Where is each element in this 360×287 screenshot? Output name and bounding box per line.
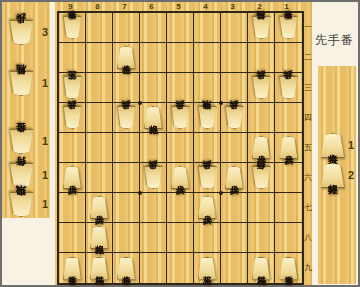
board-frame: 香車桂馬香車金将王将歩兵歩兵歩兵歩兵銀将歩兵飛車歩兵歩兵歩兵歩兵歩兵歩兵歩兵歩兵…	[57, 11, 304, 285]
sente-lance[interactable]: 香車	[279, 257, 298, 280]
koma-face	[9, 71, 34, 96]
square-2-2[interactable]	[248, 43, 275, 73]
square-5-3[interactable]	[167, 73, 194, 103]
hand-count: 1	[42, 198, 48, 210]
hand-count: 1	[42, 169, 48, 181]
square-7-6[interactable]	[113, 163, 140, 193]
square-8-4[interactable]	[86, 103, 113, 133]
square-5-1[interactable]	[167, 13, 194, 43]
koma-face	[252, 257, 271, 280]
sente-gold[interactable]: 金将	[320, 133, 345, 158]
file-label: 2	[246, 2, 273, 11]
koma-face	[171, 106, 190, 129]
koma-face	[252, 76, 271, 99]
hand-piece-gote-gold[interactable]: 金将1	[9, 129, 53, 154]
square-8-5[interactable]	[86, 133, 113, 163]
koma-face	[144, 106, 163, 129]
koma-face	[320, 163, 345, 188]
gote-hand-panel: 歩兵3桂馬1金将1角行1飛車1	[2, 2, 50, 218]
shogi-board: 987654321 香車桂馬香車金将王将歩兵歩兵歩兵歩兵銀将歩兵飛車歩兵歩兵歩兵…	[55, 2, 312, 285]
square-6-5[interactable]	[140, 133, 167, 163]
square-5-4[interactable]: 歩兵	[167, 103, 194, 133]
rank-label: 三	[304, 73, 312, 103]
rank-label: 四	[304, 103, 312, 133]
koma-face	[225, 166, 244, 189]
square-6-1[interactable]	[140, 13, 167, 43]
sente-silver[interactable]: 銀将	[144, 106, 163, 129]
koma-face	[117, 46, 136, 69]
square-1-5[interactable]: 歩兵	[275, 133, 302, 163]
gote-rook[interactable]: 飛車	[198, 106, 217, 129]
square-2-3[interactable]: 歩兵	[248, 73, 275, 103]
rank-label: 九	[304, 253, 312, 283]
square-6-8[interactable]	[140, 223, 167, 253]
koma-face	[63, 106, 82, 129]
gote-pawn[interactable]: 歩兵	[63, 106, 82, 129]
hand-count: 3	[42, 26, 48, 38]
file-label: 3	[219, 2, 246, 11]
square-9-9[interactable]: 香車	[59, 253, 86, 283]
square-1-3[interactable]: 歩兵	[275, 73, 302, 103]
hand-piece-gote-rook[interactable]: 飛車1	[9, 192, 53, 217]
koma-face	[279, 76, 298, 99]
hand-count: 2	[348, 169, 354, 181]
koma-face	[90, 226, 109, 249]
square-8-3[interactable]	[86, 73, 113, 103]
file-label: 7	[111, 2, 138, 11]
koma-face	[198, 166, 217, 189]
square-5-7[interactable]	[167, 193, 194, 223]
koma-face	[279, 136, 298, 159]
star-point	[138, 191, 142, 195]
rank-labels: 一二三四五六七八九	[304, 13, 312, 283]
square-8-8[interactable]: 銀将	[86, 223, 113, 253]
sente-pawn[interactable]: 歩兵	[63, 166, 82, 189]
square-2-5[interactable]: 歩兵	[248, 133, 275, 163]
square-8-9[interactable]: 桂馬	[86, 253, 113, 283]
square-7-3[interactable]	[113, 73, 140, 103]
square-1-6[interactable]	[275, 163, 302, 193]
koma-face	[63, 257, 82, 280]
square-9-1[interactable]: 香車	[59, 13, 86, 43]
square-3-4[interactable]: 歩兵	[221, 103, 248, 133]
koma-face	[63, 166, 82, 189]
square-2-8[interactable]	[248, 223, 275, 253]
square-7-1[interactable]	[113, 13, 140, 43]
square-3-1[interactable]	[221, 13, 248, 43]
square-8-7[interactable]: 歩兵	[86, 193, 113, 223]
koma-face	[90, 257, 109, 280]
square-8-6[interactable]	[86, 163, 113, 193]
file-label: 5	[165, 2, 192, 11]
gote-king[interactable]: 王将	[63, 76, 82, 99]
square-5-6[interactable]: 歩兵	[167, 163, 194, 193]
square-2-7[interactable]	[248, 193, 275, 223]
koma-face	[252, 166, 271, 189]
rank-label: 七	[304, 193, 312, 223]
square-5-5[interactable]	[167, 133, 194, 163]
koma-face	[117, 106, 136, 129]
hand-piece-sente-gold[interactable]: 金将1	[320, 133, 360, 158]
turn-indicator: 先手番	[315, 32, 354, 49]
file-label: 1	[273, 2, 300, 11]
koma-face	[9, 192, 34, 217]
square-4-1[interactable]	[194, 13, 221, 43]
file-labels: 987654321	[57, 2, 300, 11]
square-1-1[interactable]: 香車	[275, 13, 302, 43]
rank-label: 一	[304, 13, 312, 43]
sente-pawn[interactable]: 歩兵	[225, 166, 244, 189]
square-9-6[interactable]: 歩兵	[59, 163, 86, 193]
koma-face	[225, 106, 244, 129]
square-6-7[interactable]	[140, 193, 167, 223]
square-3-5[interactable]	[221, 133, 248, 163]
gote-knight[interactable]: 桂馬	[252, 16, 271, 39]
sente-pawn[interactable]: 歩兵	[171, 166, 190, 189]
gote-pawn[interactable]: 歩兵	[144, 166, 163, 189]
gote-bishop[interactable]: 角行	[252, 166, 271, 189]
square-4-3[interactable]	[194, 73, 221, 103]
hand-piece-gote-knight[interactable]: 桂馬1	[9, 71, 53, 96]
koma-face	[90, 196, 109, 219]
koma-face	[279, 16, 298, 39]
gote-pawn[interactable]: 歩兵	[117, 106, 136, 129]
square-1-9[interactable]: 香車	[275, 253, 302, 283]
square-6-4[interactable]: 銀将	[140, 103, 167, 133]
koma-face	[252, 136, 271, 159]
sente-pawn[interactable]: 歩兵	[90, 196, 109, 219]
hand-piece-sente-silver[interactable]: 銀将2	[320, 163, 360, 188]
square-1-2[interactable]	[275, 43, 302, 73]
hand-piece-gote-bishop[interactable]: 角行1	[9, 163, 53, 188]
koma-face	[198, 257, 217, 280]
rank-label: 五	[304, 133, 312, 163]
sente-knight[interactable]: 桂馬	[90, 257, 109, 280]
square-9-4[interactable]: 歩兵	[59, 103, 86, 133]
square-7-7[interactable]	[113, 193, 140, 223]
sente-silver[interactable]: 銀将	[90, 226, 109, 249]
sente-pawn[interactable]: 歩兵	[198, 196, 217, 219]
gote-bishop[interactable]: 角行	[9, 163, 34, 188]
square-8-1[interactable]	[86, 13, 113, 43]
rank-label: 六	[304, 163, 312, 193]
koma-face	[320, 133, 345, 158]
gote-pawn[interactable]: 歩兵	[9, 20, 34, 45]
square-4-5[interactable]	[194, 133, 221, 163]
rank-label: 二	[304, 43, 312, 73]
hand-piece-gote-pawn[interactable]: 歩兵3	[9, 20, 53, 45]
square-7-5[interactable]	[113, 133, 140, 163]
square-9-7[interactable]	[59, 193, 86, 223]
koma-face	[198, 106, 217, 129]
square-7-9[interactable]: 金将	[113, 253, 140, 283]
square-3-2[interactable]	[221, 43, 248, 73]
square-4-8[interactable]	[194, 223, 221, 253]
gote-gold[interactable]: 金将	[9, 129, 34, 154]
sente-king[interactable]: 玉将	[198, 257, 217, 280]
sente-pawn[interactable]: 歩兵	[279, 136, 298, 159]
koma-face	[63, 16, 82, 39]
board-grid: 香車桂馬香車金将王将歩兵歩兵歩兵歩兵銀将歩兵飛車歩兵歩兵歩兵歩兵歩兵歩兵歩兵歩兵…	[59, 13, 302, 283]
gote-pawn[interactable]: 歩兵	[171, 106, 190, 129]
sente-pawn[interactable]: 歩兵	[252, 136, 271, 159]
koma-face	[144, 166, 163, 189]
square-6-2[interactable]	[140, 43, 167, 73]
sente-hand-panel: 金将1銀将2	[318, 66, 356, 284]
koma-face	[9, 163, 34, 188]
file-label: 6	[138, 2, 165, 11]
koma-face	[171, 166, 190, 189]
gote-knight[interactable]: 桂馬	[9, 71, 34, 96]
koma-face	[117, 257, 136, 280]
rank-label: 八	[304, 223, 312, 253]
square-4-2[interactable]	[194, 43, 221, 73]
gote-pawn[interactable]: 歩兵	[225, 106, 244, 129]
square-7-8[interactable]	[113, 223, 140, 253]
square-6-3[interactable]	[140, 73, 167, 103]
koma-face	[252, 16, 271, 39]
file-label: 8	[84, 2, 111, 11]
square-4-7[interactable]: 歩兵	[194, 193, 221, 223]
file-label: 9	[57, 2, 84, 11]
square-2-6[interactable]: 角行	[248, 163, 275, 193]
hand-count: 1	[42, 77, 48, 89]
square-7-2[interactable]: 金将	[113, 43, 140, 73]
gote-lance[interactable]: 香車	[63, 16, 82, 39]
square-3-3[interactable]	[221, 73, 248, 103]
star-point	[138, 101, 142, 105]
sente-gold[interactable]: 金将	[117, 46, 136, 69]
square-3-7[interactable]	[221, 193, 248, 223]
shogi-diagram: 歩兵3桂馬1金将1角行1飛車1 987654321 香車桂馬香車金将王将歩兵歩兵…	[0, 0, 360, 287]
koma-face	[9, 129, 34, 154]
square-1-7[interactable]	[275, 193, 302, 223]
square-3-6[interactable]: 歩兵	[221, 163, 248, 193]
hand-count: 1	[348, 139, 354, 151]
square-9-2[interactable]	[59, 43, 86, 73]
koma-face	[198, 196, 217, 219]
square-9-3[interactable]: 王将	[59, 73, 86, 103]
square-4-6[interactable]: 歩兵	[194, 163, 221, 193]
sente-lance[interactable]: 香車	[63, 257, 82, 280]
gote-rook[interactable]: 飛車	[9, 192, 34, 217]
square-8-2[interactable]	[86, 43, 113, 73]
star-point	[219, 101, 223, 105]
star-point	[219, 191, 223, 195]
square-3-9[interactable]	[221, 253, 248, 283]
square-1-4[interactable]	[275, 103, 302, 133]
square-6-9[interactable]	[140, 253, 167, 283]
square-4-4[interactable]: 飛車	[194, 103, 221, 133]
hand-count: 1	[42, 135, 48, 147]
sente-gold[interactable]: 金将	[117, 257, 136, 280]
gote-pawn[interactable]: 歩兵	[252, 76, 271, 99]
koma-face	[279, 257, 298, 280]
square-4-9[interactable]: 玉将	[194, 253, 221, 283]
square-2-4[interactable]	[248, 103, 275, 133]
square-1-8[interactable]	[275, 223, 302, 253]
koma-face	[63, 76, 82, 99]
square-5-8[interactable]	[167, 223, 194, 253]
koma-face	[9, 20, 34, 45]
sente-silver[interactable]: 銀将	[320, 163, 345, 188]
gote-pawn[interactable]: 歩兵	[279, 76, 298, 99]
gote-pawn[interactable]: 歩兵	[198, 166, 217, 189]
square-2-1[interactable]: 桂馬	[248, 13, 275, 43]
gote-lance[interactable]: 香車	[279, 16, 298, 39]
square-2-9[interactable]: 桂馬	[248, 253, 275, 283]
square-5-9[interactable]	[167, 253, 194, 283]
file-label: 4	[192, 2, 219, 11]
sente-knight[interactable]: 桂馬	[252, 257, 271, 280]
square-9-8[interactable]	[59, 223, 86, 253]
square-6-6[interactable]: 歩兵	[140, 163, 167, 193]
square-9-5[interactable]	[59, 133, 86, 163]
square-3-8[interactable]	[221, 223, 248, 253]
square-7-4[interactable]: 歩兵	[113, 103, 140, 133]
square-5-2[interactable]	[167, 43, 194, 73]
